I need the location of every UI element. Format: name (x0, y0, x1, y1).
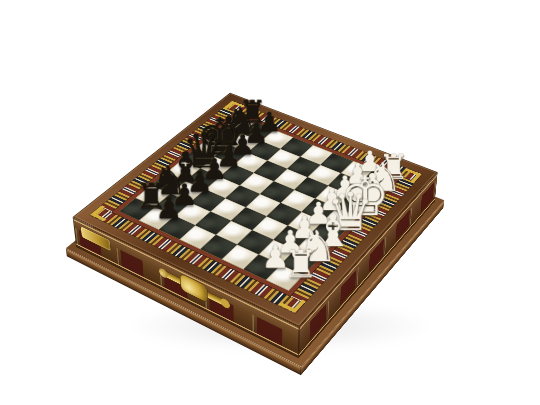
brass-handle-knobs (159, 267, 168, 280)
piece-black-pawn: ♟ (155, 194, 181, 224)
chess-set-box: ♜♞♝♛♚♝♞♜♟♟♟♟♟♟♟♟♟♟♟♟♟♟♟♟♜♞♝♛♚♝♞♜ (73, 93, 438, 327)
piece-white-rook: ♜ (284, 245, 311, 283)
board-surface: ♜♞♝♛♚♝♞♜♟♟♟♟♟♟♟♟♟♟♟♟♟♟♟♟♜♞♝♛♚♝♞♜ (73, 93, 438, 327)
square-d5 (225, 185, 260, 207)
photo-stage: ♜♞♝♛♚♝♞♜♟♟♟♟♟♟♟♟♟♟♟♟♟♟♟♟♜♞♝♛♚♝♞♜ (0, 0, 540, 405)
scene: ♜♞♝♛♚♝♞♜♟♟♟♟♟♟♟♟♟♟♟♟♟♟♟♟♜♞♝♛♚♝♞♜ (0, 0, 540, 405)
